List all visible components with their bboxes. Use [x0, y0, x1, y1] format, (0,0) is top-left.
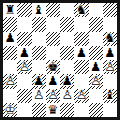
square-b8[interactable]: [17, 3, 31, 17]
square-a5[interactable]: [3, 46, 17, 60]
square-h5[interactable]: ♟: [103, 46, 117, 60]
black-queen-icon: ♛: [47, 104, 58, 117]
black-knight-icon: ♞: [76, 4, 87, 17]
square-a1[interactable]: ♔: [3, 103, 17, 117]
square-f5[interactable]: ♟: [74, 46, 88, 60]
square-g2[interactable]: [89, 89, 103, 103]
white-pawn-icon: ♙: [62, 89, 73, 102]
white-pawn-icon: ♙: [76, 89, 87, 102]
square-f4[interactable]: [74, 60, 88, 74]
square-a7[interactable]: [3, 17, 17, 31]
square-d6[interactable]: [46, 32, 60, 46]
square-d3[interactable]: ♟: [46, 74, 60, 88]
white-pawn-icon: ♙: [90, 75, 101, 88]
square-g7[interactable]: [89, 17, 103, 31]
square-g5[interactable]: [89, 46, 103, 60]
square-g3[interactable]: ♙: [89, 74, 103, 88]
square-e1[interactable]: [60, 103, 74, 117]
black-bishop-icon: ♝: [33, 4, 44, 17]
square-e2[interactable]: ♙: [60, 89, 74, 103]
square-c7[interactable]: [32, 17, 46, 31]
black-pawn-icon: ♟: [33, 75, 44, 88]
square-h3[interactable]: [103, 74, 117, 88]
square-g8[interactable]: [89, 3, 103, 17]
square-c5[interactable]: [32, 46, 46, 60]
square-f1[interactable]: [74, 103, 88, 117]
black-knight-icon: ♞: [104, 32, 115, 45]
black-pawn-icon: ♟: [76, 47, 87, 60]
square-h2[interactable]: ♝: [103, 89, 117, 103]
square-a3[interactable]: ♙: [3, 74, 17, 88]
black-pawn-icon: ♟: [19, 47, 30, 60]
square-e8[interactable]: [60, 3, 74, 17]
square-d4[interactable]: ♚: [46, 60, 60, 74]
square-a4[interactable]: [3, 60, 17, 74]
white-pawn-icon: ♙: [47, 89, 58, 102]
square-h4[interactable]: ♙: [103, 60, 117, 74]
square-g4[interactable]: ♟: [89, 60, 103, 74]
square-b3[interactable]: [17, 74, 31, 88]
square-e7[interactable]: [60, 17, 74, 31]
square-b6[interactable]: [17, 32, 31, 46]
square-g6[interactable]: [89, 32, 103, 46]
white-pawn-icon: ♙: [104, 61, 115, 74]
black-pawn-icon: ♟: [5, 32, 16, 45]
square-f3[interactable]: [74, 74, 88, 88]
square-b4[interactable]: ♙: [17, 60, 31, 74]
square-b5[interactable]: ♟: [17, 46, 31, 60]
chessboard: ♜♝♞♟♞♟♟♟♙♚♟♙♙♟♟♟♙♙♙♙♙♝♔♛: [0, 0, 120, 120]
white-pawn-icon: ♙: [5, 75, 16, 88]
square-h7[interactable]: [103, 17, 117, 31]
square-c1[interactable]: [32, 103, 46, 117]
square-c6[interactable]: [32, 32, 46, 46]
square-a6[interactable]: ♟: [3, 32, 17, 46]
white-pawn-icon: ♙: [33, 89, 44, 102]
square-e3[interactable]: ♟: [60, 74, 74, 88]
square-d7[interactable]: [46, 17, 60, 31]
black-pawn-icon: ♟: [104, 47, 115, 60]
black-rook-icon: ♜: [5, 4, 16, 17]
white-pawn-icon: ♙: [19, 61, 30, 74]
square-f7[interactable]: [74, 17, 88, 31]
black-bishop-icon: ♝: [104, 89, 115, 102]
square-c2[interactable]: ♙: [32, 89, 46, 103]
square-c8[interactable]: ♝: [32, 3, 46, 17]
square-d2[interactable]: ♙: [46, 89, 60, 103]
square-b1[interactable]: [17, 103, 31, 117]
square-h6[interactable]: ♞: [103, 32, 117, 46]
black-pawn-icon: ♟: [62, 75, 73, 88]
white-king-icon: ♔: [5, 104, 16, 117]
square-b2[interactable]: [17, 89, 31, 103]
square-a8[interactable]: ♜: [3, 3, 17, 17]
black-king-icon: ♚: [47, 61, 58, 74]
square-a2[interactable]: [3, 89, 17, 103]
square-f2[interactable]: ♙: [74, 89, 88, 103]
square-c4[interactable]: [32, 60, 46, 74]
square-d8[interactable]: [46, 3, 60, 17]
square-d1[interactable]: ♛: [46, 103, 60, 117]
black-pawn-icon: ♟: [47, 75, 58, 88]
square-d5[interactable]: [46, 46, 60, 60]
square-g1[interactable]: [89, 103, 103, 117]
square-h1[interactable]: [103, 103, 117, 117]
black-pawn-icon: ♟: [90, 61, 101, 74]
square-f6[interactable]: [74, 32, 88, 46]
square-b7[interactable]: [17, 17, 31, 31]
square-h8[interactable]: [103, 3, 117, 17]
square-e6[interactable]: [60, 32, 74, 46]
square-c3[interactable]: ♟: [32, 74, 46, 88]
square-f8[interactable]: ♞: [74, 3, 88, 17]
square-e4[interactable]: [60, 60, 74, 74]
square-e5[interactable]: [60, 46, 74, 60]
